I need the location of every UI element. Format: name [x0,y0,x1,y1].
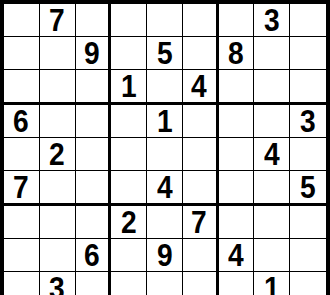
cell-r7c6[interactable]: 7 [183,206,219,239]
cell-r4c4[interactable] [111,105,147,138]
cell-r8c1[interactable] [4,239,40,272]
given-digit: 7 [49,4,65,36]
cell-r3c6[interactable]: 4 [183,70,219,105]
cell-r4c9[interactable]: 3 [290,105,326,138]
cell-r4c1[interactable]: 6 [4,105,40,138]
cell-r2c6[interactable] [183,37,219,70]
cell-r1c9[interactable] [290,4,326,37]
given-digit: 3 [300,105,316,137]
cell-r5c3[interactable] [76,138,112,171]
cell-r9c3[interactable] [76,272,112,295]
sudoku-board: 7395814613247452769431 [0,0,330,295]
cell-r6c6[interactable] [183,171,219,206]
cell-r8c7[interactable]: 4 [219,239,255,272]
cell-r9c9[interactable] [290,272,326,295]
cell-r7c8[interactable] [254,206,290,239]
cell-r8c9[interactable] [290,239,326,272]
cell-r9c5[interactable] [147,272,183,295]
given-digit: 2 [121,206,137,238]
cell-r9c1[interactable] [4,272,40,295]
cell-r4c6[interactable] [183,105,219,138]
cell-r2c1[interactable] [4,37,40,70]
cell-r5c9[interactable] [290,138,326,171]
cell-r1c6[interactable] [183,4,219,37]
cell-r5c8[interactable]: 4 [254,138,290,171]
cell-r4c5[interactable]: 1 [147,105,183,138]
given-digit: 9 [157,239,173,271]
cell-r4c8[interactable] [254,105,290,138]
cell-r3c1[interactable] [4,70,40,105]
cell-r3c4[interactable]: 1 [111,70,147,105]
cell-r3c2[interactable] [40,70,76,105]
cell-r9c2[interactable]: 3 [40,272,76,295]
given-digit: 4 [191,70,207,102]
cell-r5c2[interactable]: 2 [40,138,76,171]
given-digit: 1 [157,105,173,137]
given-digit: 4 [264,138,280,170]
cell-r7c9[interactable] [290,206,326,239]
cell-r7c2[interactable] [40,206,76,239]
cell-r1c5[interactable] [147,4,183,37]
cell-r4c7[interactable] [219,105,255,138]
cell-r9c6[interactable] [183,272,219,295]
cell-r3c8[interactable] [254,70,290,105]
cell-r1c4[interactable] [111,4,147,37]
cell-r6c7[interactable] [219,171,255,206]
given-digit: 6 [84,239,100,271]
cell-r4c2[interactable] [40,105,76,138]
cell-r1c3[interactable] [76,4,112,37]
given-digit: 7 [14,171,30,203]
cell-r9c4[interactable] [111,272,147,295]
cell-r5c5[interactable] [147,138,183,171]
cell-r7c3[interactable] [76,206,112,239]
cell-r6c8[interactable] [254,171,290,206]
cell-r7c1[interactable] [4,206,40,239]
given-digit: 6 [14,105,30,137]
given-digit: 3 [264,4,280,36]
cell-r2c3[interactable]: 9 [76,37,112,70]
cell-r2c7[interactable]: 8 [219,37,255,70]
cell-r1c7[interactable] [219,4,255,37]
given-digit: 7 [191,206,207,238]
cell-r6c5[interactable]: 4 [147,171,183,206]
cell-r6c2[interactable] [40,171,76,206]
cell-r7c4[interactable]: 2 [111,206,147,239]
cell-r4c3[interactable] [76,105,112,138]
cell-r7c7[interactable] [219,206,255,239]
cell-r6c4[interactable] [111,171,147,206]
cell-r2c4[interactable] [111,37,147,70]
given-digit: 9 [84,37,100,69]
given-digit: 5 [157,37,173,69]
cell-r8c4[interactable] [111,239,147,272]
given-digit: 4 [228,239,244,271]
cell-r2c2[interactable] [40,37,76,70]
cell-r6c3[interactable] [76,171,112,206]
cell-r3c7[interactable] [219,70,255,105]
cell-r6c9[interactable]: 5 [290,171,326,206]
cell-r5c1[interactable] [4,138,40,171]
cell-r1c2[interactable]: 7 [40,4,76,37]
given-digit: 4 [157,171,173,203]
cell-r9c8[interactable]: 1 [254,272,290,295]
cell-r3c5[interactable] [147,70,183,105]
cell-r2c8[interactable] [254,37,290,70]
cell-r1c8[interactable]: 3 [254,4,290,37]
cell-r5c4[interactable] [111,138,147,171]
given-digit: 5 [300,171,316,203]
given-digit: 2 [49,138,65,170]
cell-r8c3[interactable]: 6 [76,239,112,272]
cell-r3c9[interactable] [290,70,326,105]
cell-r6c1[interactable]: 7 [4,171,40,206]
cell-r9c7[interactable] [219,272,255,295]
cell-r8c8[interactable] [254,239,290,272]
cell-r2c9[interactable] [290,37,326,70]
cell-r5c7[interactable] [219,138,255,171]
cell-r2c5[interactable]: 5 [147,37,183,70]
given-digit: 3 [49,272,65,295]
cell-r5c6[interactable] [183,138,219,171]
cell-r3c3[interactable] [76,70,112,105]
cell-r8c6[interactable] [183,239,219,272]
given-digit: 1 [121,70,137,102]
cell-r8c2[interactable] [40,239,76,272]
cell-r8c5[interactable]: 9 [147,239,183,272]
given-digit: 1 [264,272,280,295]
cell-r1c1[interactable] [4,4,40,37]
given-digit: 8 [228,37,244,69]
cell-r7c5[interactable] [147,206,183,239]
